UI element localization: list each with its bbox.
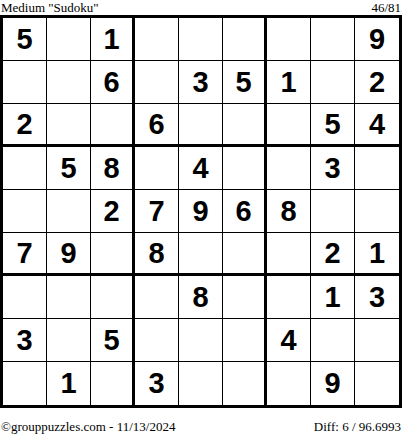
sudoku-cell-r9c5[interactable] (179, 362, 223, 405)
sudoku-cell-r6c9[interactable]: 1 (355, 233, 399, 276)
sudoku-cell-r5c3[interactable]: 2 (91, 190, 135, 233)
sudoku-cell-r4c7[interactable] (267, 147, 311, 190)
sudoku-cell-r3c3[interactable] (91, 104, 135, 147)
sudoku-cell-r4c4[interactable] (135, 147, 179, 190)
sudoku-cell-r6c4[interactable]: 8 (135, 233, 179, 276)
sudoku-cell-r1c3[interactable]: 1 (91, 18, 135, 61)
empty-cell-counter: 46/81 (371, 1, 401, 14)
puzzle-title: Medium "Sudoku" (1, 1, 99, 14)
sudoku-cell-r7c3[interactable] (91, 276, 135, 319)
sudoku-cell-r8c4[interactable] (135, 319, 179, 362)
sudoku-cell-r2c2[interactable] (47, 61, 91, 104)
sudoku-cell-r3c9[interactable]: 4 (355, 104, 399, 147)
sudoku-cell-r5c6[interactable]: 6 (223, 190, 267, 233)
sudoku-cell-r7c5[interactable]: 8 (179, 276, 223, 319)
sudoku-cell-r4c9[interactable] (355, 147, 399, 190)
sudoku-cell-r5c8[interactable] (311, 190, 355, 233)
sudoku-cell-r4c3[interactable]: 8 (91, 147, 135, 190)
sudoku-cell-r6c8[interactable]: 2 (311, 233, 355, 276)
sudoku-cell-r4c5[interactable]: 4 (179, 147, 223, 190)
sudoku-cell-r7c2[interactable] (47, 276, 91, 319)
sudoku-cell-r9c6[interactable] (223, 362, 267, 405)
sudoku-cell-r2c7[interactable]: 1 (267, 61, 311, 104)
sudoku-cell-r2c6[interactable]: 5 (223, 61, 267, 104)
sudoku-cell-r8c6[interactable] (223, 319, 267, 362)
sudoku-board: 51963512265458432796879821813354139 (0, 15, 402, 408)
sudoku-cell-r9c3[interactable] (91, 362, 135, 405)
sudoku-cell-r1c4[interactable] (135, 18, 179, 61)
sudoku-cell-r4c8[interactable]: 3 (311, 147, 355, 190)
sudoku-cell-r9c2[interactable]: 1 (47, 362, 91, 405)
difficulty-rating: Diff: 6 / 96.6993 (314, 420, 401, 434)
sudoku-cell-r7c9[interactable]: 3 (355, 276, 399, 319)
header: Medium "Sudoku" 46/81 (0, 0, 402, 15)
sudoku-cell-r6c5[interactable] (179, 233, 223, 276)
sudoku-cell-r6c2[interactable]: 9 (47, 233, 91, 276)
sudoku-cell-r2c9[interactable]: 2 (355, 61, 399, 104)
sudoku-cell-r1c7[interactable] (267, 18, 311, 61)
sudoku-cell-r8c8[interactable] (311, 319, 355, 362)
sudoku-cell-r3c8[interactable]: 5 (311, 104, 355, 147)
sudoku-cell-r2c8[interactable] (311, 61, 355, 104)
sudoku-cell-r3c7[interactable] (267, 104, 311, 147)
sudoku-cell-r4c6[interactable] (223, 147, 267, 190)
sudoku-cell-r5c4[interactable]: 7 (135, 190, 179, 233)
sudoku-cell-r5c1[interactable] (3, 190, 47, 233)
sudoku-cell-r9c4[interactable]: 3 (135, 362, 179, 405)
sudoku-cell-r1c5[interactable] (179, 18, 223, 61)
sudoku-cell-r5c2[interactable] (47, 190, 91, 233)
sudoku-cell-r3c1[interactable]: 2 (3, 104, 47, 147)
sudoku-cell-r4c2[interactable]: 5 (47, 147, 91, 190)
sudoku-cell-r9c7[interactable] (267, 362, 311, 405)
sudoku-cell-r8c7[interactable]: 4 (267, 319, 311, 362)
sudoku-cell-r8c5[interactable] (179, 319, 223, 362)
sudoku-cell-r3c2[interactable] (47, 104, 91, 147)
sudoku-cell-r2c1[interactable] (3, 61, 47, 104)
footer: ©grouppuzzles.com - 11/13/2024 Diff: 6 /… (0, 420, 402, 434)
sudoku-cell-r3c4[interactable]: 6 (135, 104, 179, 147)
sudoku-cell-r9c9[interactable] (355, 362, 399, 405)
sudoku-cell-r3c6[interactable] (223, 104, 267, 147)
sudoku-cell-r6c6[interactable] (223, 233, 267, 276)
sudoku-cell-r7c6[interactable] (223, 276, 267, 319)
sudoku-cell-r1c9[interactable]: 9 (355, 18, 399, 61)
sudoku-cell-r8c3[interactable]: 5 (91, 319, 135, 362)
sudoku-cell-r1c6[interactable] (223, 18, 267, 61)
sudoku-cell-r2c3[interactable]: 6 (91, 61, 135, 104)
sudoku-cell-r5c5[interactable]: 9 (179, 190, 223, 233)
sudoku-cell-r7c1[interactable] (3, 276, 47, 319)
sudoku-cell-r7c4[interactable] (135, 276, 179, 319)
sudoku-cell-r8c1[interactable]: 3 (3, 319, 47, 362)
sudoku-cell-r6c3[interactable] (91, 233, 135, 276)
sudoku-cell-r6c7[interactable] (267, 233, 311, 276)
sudoku-cell-r1c8[interactable] (311, 18, 355, 61)
sudoku-cell-r8c9[interactable] (355, 319, 399, 362)
sudoku-cell-r1c2[interactable] (47, 18, 91, 61)
copyright-date: ©grouppuzzles.com - 11/13/2024 (1, 420, 175, 434)
sudoku-cell-r9c8[interactable]: 9 (311, 362, 355, 405)
sudoku-cell-r7c8[interactable]: 1 (311, 276, 355, 319)
sudoku-cell-r3c5[interactable] (179, 104, 223, 147)
sudoku-cell-r8c2[interactable] (47, 319, 91, 362)
sudoku-cell-r7c7[interactable] (267, 276, 311, 319)
sudoku-cell-r5c7[interactable]: 8 (267, 190, 311, 233)
sudoku-cell-r1c1[interactable]: 5 (3, 18, 47, 61)
sudoku-cell-r2c4[interactable] (135, 61, 179, 104)
sudoku-cell-r5c9[interactable] (355, 190, 399, 233)
sudoku-cell-r6c1[interactable]: 7 (3, 233, 47, 276)
sudoku-cell-r2c5[interactable]: 3 (179, 61, 223, 104)
sudoku-cell-r9c1[interactable] (3, 362, 47, 405)
sudoku-cell-r4c1[interactable] (3, 147, 47, 190)
